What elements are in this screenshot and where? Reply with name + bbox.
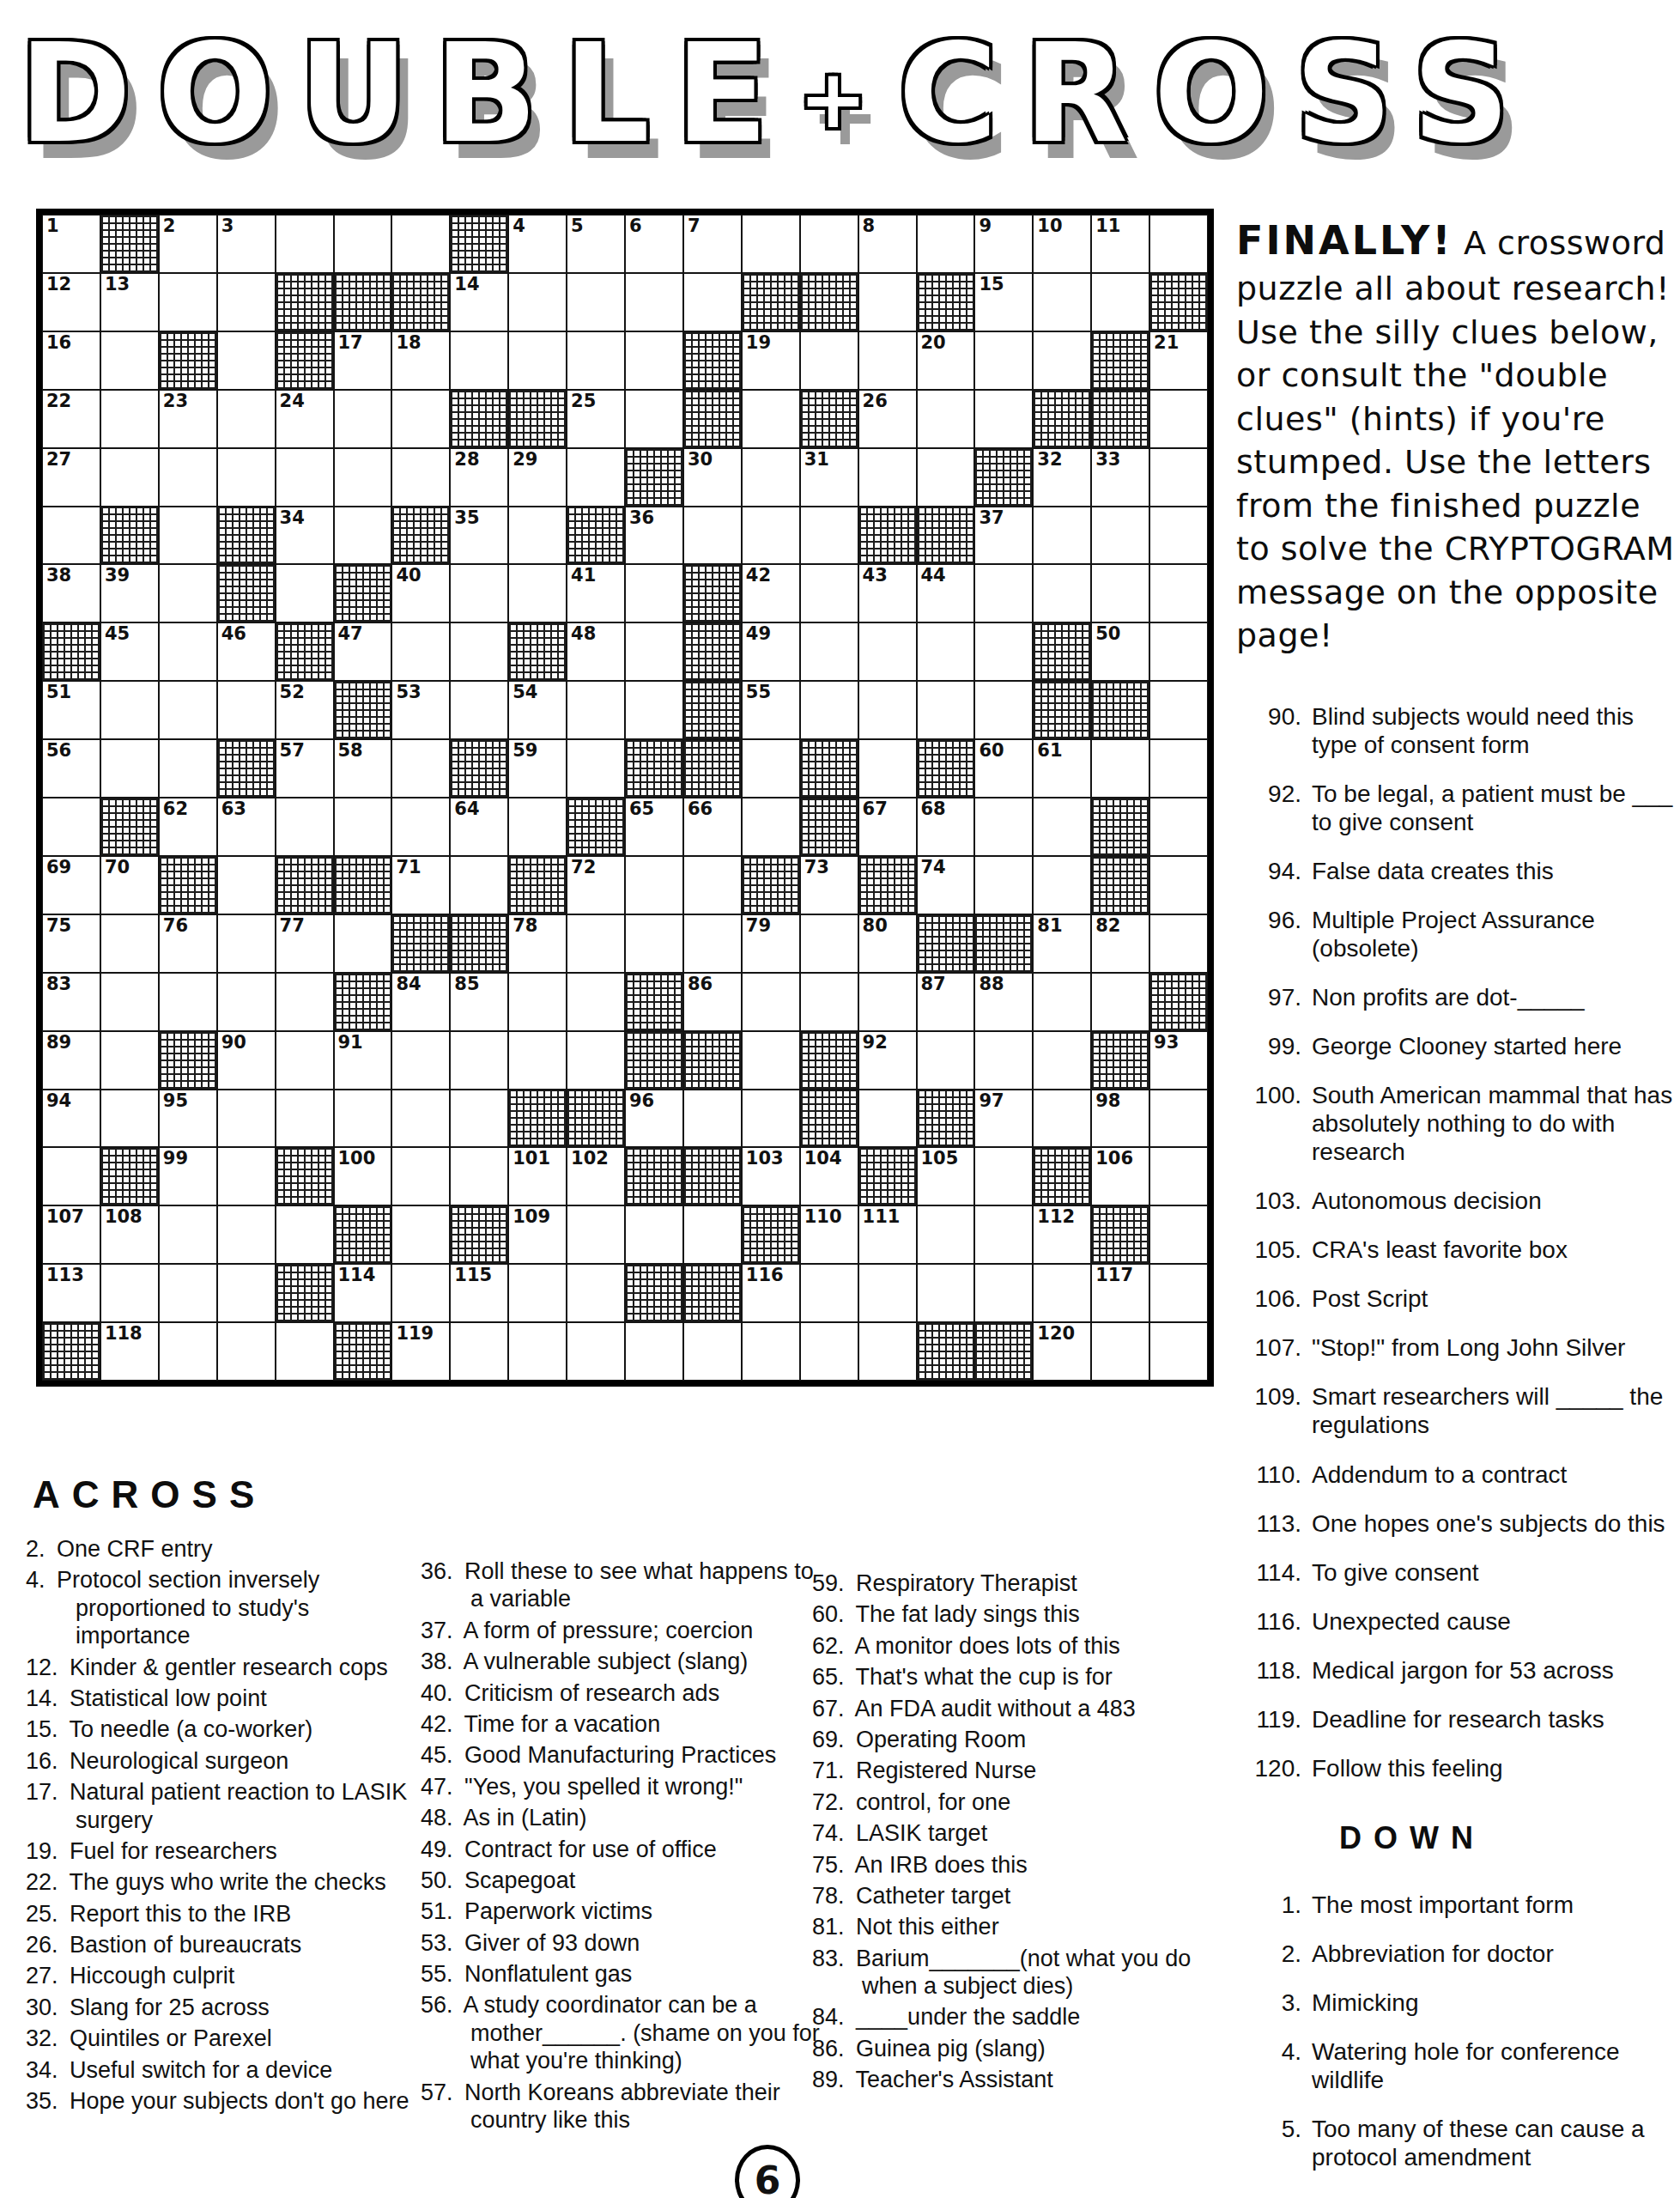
grid-cell[interactable]: 44: [917, 564, 975, 622]
grid-cell[interactable]: 10: [1033, 215, 1091, 273]
grid-cell[interactable]: [217, 856, 276, 914]
grid-cell[interactable]: 105: [917, 1147, 975, 1205]
grid-cell[interactable]: 53: [391, 681, 450, 739]
grid-cell[interactable]: [683, 1322, 742, 1381]
grid-cell[interactable]: [1091, 507, 1149, 565]
grid-cell[interactable]: [217, 1147, 276, 1205]
grid-cell[interactable]: [917, 1205, 975, 1264]
grid-cell[interactable]: 28: [450, 448, 508, 507]
grid-cell[interactable]: 15: [974, 273, 1033, 331]
grid-cell[interactable]: [1149, 622, 1208, 681]
grid-cell[interactable]: [450, 681, 508, 739]
grid-cell[interactable]: [391, 1147, 450, 1205]
grid-cell[interactable]: 110: [800, 1205, 858, 1264]
grid-cell[interactable]: [159, 564, 217, 622]
grid-cell[interactable]: 76: [159, 914, 217, 973]
grid-cell[interactable]: [217, 331, 276, 390]
grid-cell[interactable]: 60: [974, 739, 1033, 798]
grid-cell[interactable]: 12: [42, 273, 100, 331]
grid-cell[interactable]: [567, 448, 625, 507]
grid-cell[interactable]: 108: [100, 1205, 159, 1264]
grid-cell[interactable]: 58: [334, 739, 392, 798]
grid-cell[interactable]: 40: [391, 564, 450, 622]
grid-cell[interactable]: [742, 973, 800, 1031]
grid-cell[interactable]: 30: [683, 448, 742, 507]
grid-cell[interactable]: 111: [858, 1205, 917, 1264]
grid-cell[interactable]: [858, 448, 917, 507]
grid-cell[interactable]: 31: [800, 448, 858, 507]
grid-cell[interactable]: 17: [334, 331, 392, 390]
grid-cell[interactable]: 42: [742, 564, 800, 622]
grid-cell[interactable]: [391, 1031, 450, 1090]
grid-cell[interactable]: [100, 681, 159, 739]
grid-cell[interactable]: [1033, 1264, 1091, 1322]
grid-cell[interactable]: [1149, 1090, 1208, 1148]
grid-cell[interactable]: [217, 914, 276, 973]
grid-cell[interactable]: [276, 564, 334, 622]
grid-cell[interactable]: [1149, 564, 1208, 622]
grid-cell[interactable]: [334, 507, 392, 565]
grid-cell[interactable]: [858, 1322, 917, 1381]
grid-cell[interactable]: [625, 273, 683, 331]
grid-cell[interactable]: [683, 914, 742, 973]
grid-cell[interactable]: [1149, 739, 1208, 798]
grid-cell[interactable]: 50: [1091, 622, 1149, 681]
grid-cell[interactable]: [974, 681, 1033, 739]
grid-cell[interactable]: [391, 215, 450, 273]
grid-cell[interactable]: 14: [450, 273, 508, 331]
grid-cell[interactable]: [917, 448, 975, 507]
grid-cell[interactable]: 24: [276, 390, 334, 448]
grid-cell[interactable]: [450, 1031, 508, 1090]
grid-cell[interactable]: 96: [625, 1090, 683, 1148]
grid-cell[interactable]: [742, 507, 800, 565]
grid-cell[interactable]: 20: [917, 331, 975, 390]
grid-cell[interactable]: 74: [917, 856, 975, 914]
grid-cell[interactable]: [742, 1031, 800, 1090]
grid-cell[interactable]: [334, 448, 392, 507]
grid-cell[interactable]: 109: [508, 1205, 567, 1264]
grid-cell[interactable]: [100, 1090, 159, 1148]
grid-cell[interactable]: [1091, 273, 1149, 331]
grid-cell[interactable]: [917, 390, 975, 448]
grid-cell[interactable]: [1033, 273, 1091, 331]
grid-cell[interactable]: [508, 564, 567, 622]
grid-cell[interactable]: [800, 215, 858, 273]
grid-cell[interactable]: [1033, 1090, 1091, 1148]
grid-cell[interactable]: 32: [1033, 448, 1091, 507]
grid-cell[interactable]: [159, 273, 217, 331]
grid-cell[interactable]: 67: [858, 798, 917, 856]
grid-cell[interactable]: [1149, 448, 1208, 507]
grid-cell[interactable]: [800, 973, 858, 1031]
grid-cell[interactable]: 86: [683, 973, 742, 1031]
grid-cell[interactable]: 23: [159, 390, 217, 448]
grid-cell[interactable]: [1149, 215, 1208, 273]
grid-cell[interactable]: [217, 681, 276, 739]
grid-cell[interactable]: [450, 1322, 508, 1381]
grid-cell[interactable]: [508, 973, 567, 1031]
grid-cell[interactable]: [276, 798, 334, 856]
grid-cell[interactable]: 46: [217, 622, 276, 681]
grid-cell[interactable]: 85: [450, 973, 508, 1031]
grid-cell[interactable]: [1149, 507, 1208, 565]
grid-cell[interactable]: [159, 1322, 217, 1381]
grid-cell[interactable]: 89: [42, 1031, 100, 1090]
grid-cell[interactable]: [683, 856, 742, 914]
grid-cell[interactable]: 106: [1091, 1147, 1149, 1205]
grid-cell[interactable]: [1033, 798, 1091, 856]
grid-cell[interactable]: 47: [334, 622, 392, 681]
grid-cell[interactable]: [625, 390, 683, 448]
grid-cell[interactable]: [334, 914, 392, 973]
grid-cell[interactable]: [800, 1264, 858, 1322]
grid-cell[interactable]: [1149, 798, 1208, 856]
grid-cell[interactable]: [450, 1090, 508, 1148]
grid-cell[interactable]: 26: [858, 390, 917, 448]
grid-cell[interactable]: [1033, 507, 1091, 565]
grid-cell[interactable]: [917, 681, 975, 739]
grid-cell[interactable]: [334, 798, 392, 856]
grid-cell[interactable]: [217, 1205, 276, 1264]
grid-cell[interactable]: 49: [742, 622, 800, 681]
grid-cell[interactable]: [334, 390, 392, 448]
grid-cell[interactable]: [1149, 390, 1208, 448]
grid-cell[interactable]: 6: [625, 215, 683, 273]
grid-cell[interactable]: [508, 331, 567, 390]
grid-cell[interactable]: 102: [567, 1147, 625, 1205]
grid-cell[interactable]: [1033, 973, 1091, 1031]
grid-cell[interactable]: 87: [917, 973, 975, 1031]
grid-cell[interactable]: [800, 507, 858, 565]
grid-cell[interactable]: 39: [100, 564, 159, 622]
grid-cell[interactable]: 25: [567, 390, 625, 448]
grid-cell[interactable]: 64: [450, 798, 508, 856]
grid-cell[interactable]: [683, 273, 742, 331]
grid-cell[interactable]: 29: [508, 448, 567, 507]
grid-cell[interactable]: [100, 390, 159, 448]
grid-cell[interactable]: 101: [508, 1147, 567, 1205]
grid-cell[interactable]: [450, 1147, 508, 1205]
grid-cell[interactable]: [567, 681, 625, 739]
grid-cell[interactable]: 112: [1033, 1205, 1091, 1264]
grid-cell[interactable]: 113: [42, 1264, 100, 1322]
grid-cell[interactable]: 57: [276, 739, 334, 798]
grid-cell[interactable]: [508, 1264, 567, 1322]
grid-cell[interactable]: 13: [100, 273, 159, 331]
grid-cell[interactable]: [100, 914, 159, 973]
grid-cell[interactable]: [974, 622, 1033, 681]
grid-cell[interactable]: [858, 1264, 917, 1322]
grid-cell[interactable]: [858, 1090, 917, 1148]
grid-cell[interactable]: [858, 739, 917, 798]
grid-cell[interactable]: [391, 390, 450, 448]
grid-cell[interactable]: [917, 215, 975, 273]
grid-cell[interactable]: [858, 273, 917, 331]
grid-cell[interactable]: 63: [217, 798, 276, 856]
grid-cell[interactable]: [683, 507, 742, 565]
grid-cell[interactable]: [42, 1147, 100, 1205]
grid-cell[interactable]: [974, 1264, 1033, 1322]
grid-cell[interactable]: [276, 973, 334, 1031]
grid-cell[interactable]: [742, 739, 800, 798]
grid-cell[interactable]: [508, 798, 567, 856]
grid-cell[interactable]: 84: [391, 973, 450, 1031]
grid-cell[interactable]: [800, 331, 858, 390]
grid-cell[interactable]: 21: [1149, 331, 1208, 390]
grid-cell[interactable]: 90: [217, 1031, 276, 1090]
grid-cell[interactable]: [974, 1205, 1033, 1264]
grid-cell[interactable]: [858, 973, 917, 1031]
grid-cell[interactable]: 34: [276, 507, 334, 565]
grid-cell[interactable]: [567, 273, 625, 331]
grid-cell[interactable]: [217, 448, 276, 507]
grid-cell[interactable]: 80: [858, 914, 917, 973]
grid-cell[interactable]: [159, 448, 217, 507]
grid-cell[interactable]: 70: [100, 856, 159, 914]
grid-cell[interactable]: [334, 215, 392, 273]
grid-cell[interactable]: [1149, 856, 1208, 914]
grid-cell[interactable]: [159, 681, 217, 739]
grid-cell[interactable]: 19: [742, 331, 800, 390]
grid-cell[interactable]: 78: [508, 914, 567, 973]
grid-cell[interactable]: [800, 564, 858, 622]
grid-cell[interactable]: [917, 622, 975, 681]
grid-cell[interactable]: 120: [1033, 1322, 1091, 1381]
grid-cell[interactable]: 72: [567, 856, 625, 914]
grid-cell[interactable]: [625, 681, 683, 739]
grid-cell[interactable]: [974, 856, 1033, 914]
grid-cell[interactable]: [217, 973, 276, 1031]
grid-cell[interactable]: [800, 1322, 858, 1381]
grid-cell[interactable]: 68: [917, 798, 975, 856]
grid-cell[interactable]: [625, 856, 683, 914]
grid-cell[interactable]: [276, 1205, 334, 1264]
grid-cell[interactable]: [917, 1031, 975, 1090]
grid-cell[interactable]: [683, 1205, 742, 1264]
grid-cell[interactable]: 117: [1091, 1264, 1149, 1322]
grid-cell[interactable]: 27: [42, 448, 100, 507]
grid-cell[interactable]: [625, 914, 683, 973]
grid-cell[interactable]: [159, 1264, 217, 1322]
grid-cell[interactable]: [391, 622, 450, 681]
grid-cell[interactable]: 9: [974, 215, 1033, 273]
grid-cell[interactable]: 92: [858, 1031, 917, 1090]
grid-cell[interactable]: 38: [42, 564, 100, 622]
grid-cell[interactable]: 18: [391, 331, 450, 390]
grid-cell[interactable]: [276, 1090, 334, 1148]
grid-cell[interactable]: 54: [508, 681, 567, 739]
grid-cell[interactable]: [450, 856, 508, 914]
grid-cell[interactable]: [1033, 856, 1091, 914]
grid-cell[interactable]: [742, 215, 800, 273]
grid-cell[interactable]: [858, 622, 917, 681]
grid-cell[interactable]: 51: [42, 681, 100, 739]
grid-cell[interactable]: 97: [974, 1090, 1033, 1148]
grid-cell[interactable]: [391, 739, 450, 798]
grid-cell[interactable]: [159, 739, 217, 798]
grid-cell[interactable]: [974, 564, 1033, 622]
grid-cell[interactable]: [974, 390, 1033, 448]
grid-cell[interactable]: [276, 1322, 334, 1381]
grid-cell[interactable]: [391, 1264, 450, 1322]
grid-cell[interactable]: [567, 914, 625, 973]
grid-cell[interactable]: 37: [974, 507, 1033, 565]
grid-cell[interactable]: 114: [334, 1264, 392, 1322]
grid-cell[interactable]: 93: [1149, 1031, 1208, 1090]
grid-cell[interactable]: 91: [334, 1031, 392, 1090]
grid-cell[interactable]: [1091, 564, 1149, 622]
grid-cell[interactable]: [567, 1264, 625, 1322]
grid-cell[interactable]: [625, 331, 683, 390]
grid-cell[interactable]: [159, 973, 217, 1031]
grid-cell[interactable]: 5: [567, 215, 625, 273]
grid-cell[interactable]: 8: [858, 215, 917, 273]
grid-cell[interactable]: [42, 507, 100, 565]
grid-cell[interactable]: [217, 390, 276, 448]
grid-cell[interactable]: 16: [42, 331, 100, 390]
grid-cell[interactable]: [1033, 564, 1091, 622]
grid-cell[interactable]: [1149, 1205, 1208, 1264]
grid-cell[interactable]: [742, 798, 800, 856]
grid-cell[interactable]: [217, 1090, 276, 1148]
grid-cell[interactable]: [625, 1205, 683, 1264]
grid-cell[interactable]: [159, 622, 217, 681]
grid-cell[interactable]: 65: [625, 798, 683, 856]
grid-cell[interactable]: 2: [159, 215, 217, 273]
grid-cell[interactable]: [159, 507, 217, 565]
grid-cell[interactable]: 83: [42, 973, 100, 1031]
grid-cell[interactable]: 36: [625, 507, 683, 565]
grid-cell[interactable]: 3: [217, 215, 276, 273]
grid-cell[interactable]: [450, 622, 508, 681]
grid-cell[interactable]: [567, 1031, 625, 1090]
grid-cell[interactable]: [391, 448, 450, 507]
grid-cell[interactable]: [1091, 739, 1149, 798]
grid-cell[interactable]: [217, 1322, 276, 1381]
grid-cell[interactable]: [974, 798, 1033, 856]
grid-cell[interactable]: [217, 1264, 276, 1322]
grid-cell[interactable]: [391, 798, 450, 856]
grid-cell[interactable]: 107: [42, 1205, 100, 1264]
grid-cell[interactable]: [159, 1205, 217, 1264]
grid-cell[interactable]: [276, 215, 334, 273]
grid-cell[interactable]: 41: [567, 564, 625, 622]
grid-cell[interactable]: [567, 1322, 625, 1381]
grid-cell[interactable]: [1149, 1147, 1208, 1205]
grid-cell[interactable]: 1: [42, 215, 100, 273]
grid-cell[interactable]: [508, 273, 567, 331]
grid-cell[interactable]: 22: [42, 390, 100, 448]
grid-cell[interactable]: [974, 331, 1033, 390]
grid-cell[interactable]: [1149, 681, 1208, 739]
grid-cell[interactable]: [508, 507, 567, 565]
grid-cell[interactable]: 71: [391, 856, 450, 914]
grid-cell[interactable]: 104: [800, 1147, 858, 1205]
grid-cell[interactable]: 7: [683, 215, 742, 273]
grid-cell[interactable]: 48: [567, 622, 625, 681]
grid-cell[interactable]: [974, 1031, 1033, 1090]
grid-cell[interactable]: [800, 681, 858, 739]
grid-cell[interactable]: [100, 739, 159, 798]
grid-cell[interactable]: [742, 448, 800, 507]
grid-cell[interactable]: [100, 1031, 159, 1090]
grid-cell[interactable]: 43: [858, 564, 917, 622]
grid-cell[interactable]: 115: [450, 1264, 508, 1322]
grid-cell[interactable]: [567, 331, 625, 390]
grid-cell[interactable]: 94: [42, 1090, 100, 1148]
grid-cell[interactable]: [742, 1322, 800, 1381]
grid-cell[interactable]: [391, 1090, 450, 1148]
grid-cell[interactable]: [683, 1090, 742, 1148]
grid-cell[interactable]: 11: [1091, 215, 1149, 273]
grid-cell[interactable]: [567, 739, 625, 798]
grid-cell[interactable]: [858, 331, 917, 390]
grid-cell[interactable]: [450, 564, 508, 622]
grid-cell[interactable]: [1033, 331, 1091, 390]
grid-cell[interactable]: 66: [683, 798, 742, 856]
grid-cell[interactable]: [858, 681, 917, 739]
grid-cell[interactable]: [742, 390, 800, 448]
grid-cell[interactable]: 69: [42, 856, 100, 914]
grid-cell[interactable]: 56: [42, 739, 100, 798]
grid-cell[interactable]: [217, 273, 276, 331]
grid-cell[interactable]: [974, 1147, 1033, 1205]
grid-cell[interactable]: [100, 973, 159, 1031]
grid-cell[interactable]: [1091, 1322, 1149, 1381]
grid-cell[interactable]: [100, 448, 159, 507]
grid-cell[interactable]: 59: [508, 739, 567, 798]
grid-cell[interactable]: 95: [159, 1090, 217, 1148]
grid-cell[interactable]: 61: [1033, 739, 1091, 798]
grid-cell[interactable]: [567, 973, 625, 1031]
grid-cell[interactable]: 4: [508, 215, 567, 273]
grid-cell[interactable]: 100: [334, 1147, 392, 1205]
grid-cell[interactable]: [1149, 1264, 1208, 1322]
grid-cell[interactable]: [508, 1322, 567, 1381]
grid-cell[interactable]: 82: [1091, 914, 1149, 973]
grid-cell[interactable]: 73: [800, 856, 858, 914]
grid-cell[interactable]: 45: [100, 622, 159, 681]
grid-cell[interactable]: 77: [276, 914, 334, 973]
grid-cell[interactable]: 99: [159, 1147, 217, 1205]
grid-cell[interactable]: [1149, 1322, 1208, 1381]
grid-cell[interactable]: [625, 622, 683, 681]
grid-cell[interactable]: [100, 1264, 159, 1322]
grid-cell[interactable]: [391, 1205, 450, 1264]
grid-cell[interactable]: [800, 914, 858, 973]
grid-cell[interactable]: 103: [742, 1147, 800, 1205]
grid-cell[interactable]: [1149, 914, 1208, 973]
grid-cell[interactable]: [567, 1205, 625, 1264]
grid-cell[interactable]: [742, 1090, 800, 1148]
grid-cell[interactable]: 33: [1091, 448, 1149, 507]
grid-cell[interactable]: [100, 331, 159, 390]
grid-cell[interactable]: 55: [742, 681, 800, 739]
grid-cell[interactable]: 62: [159, 798, 217, 856]
grid-cell[interactable]: [1091, 973, 1149, 1031]
grid-cell[interactable]: [800, 622, 858, 681]
grid-cell[interactable]: 98: [1091, 1090, 1149, 1148]
grid-cell[interactable]: [276, 1031, 334, 1090]
grid-cell[interactable]: [334, 1090, 392, 1148]
grid-cell[interactable]: [625, 1322, 683, 1381]
grid-cell[interactable]: 35: [450, 507, 508, 565]
grid-cell[interactable]: 118: [100, 1322, 159, 1381]
grid-cell[interactable]: [917, 1264, 975, 1322]
grid-cell[interactable]: 81: [1033, 914, 1091, 973]
grid-cell[interactable]: [508, 1031, 567, 1090]
